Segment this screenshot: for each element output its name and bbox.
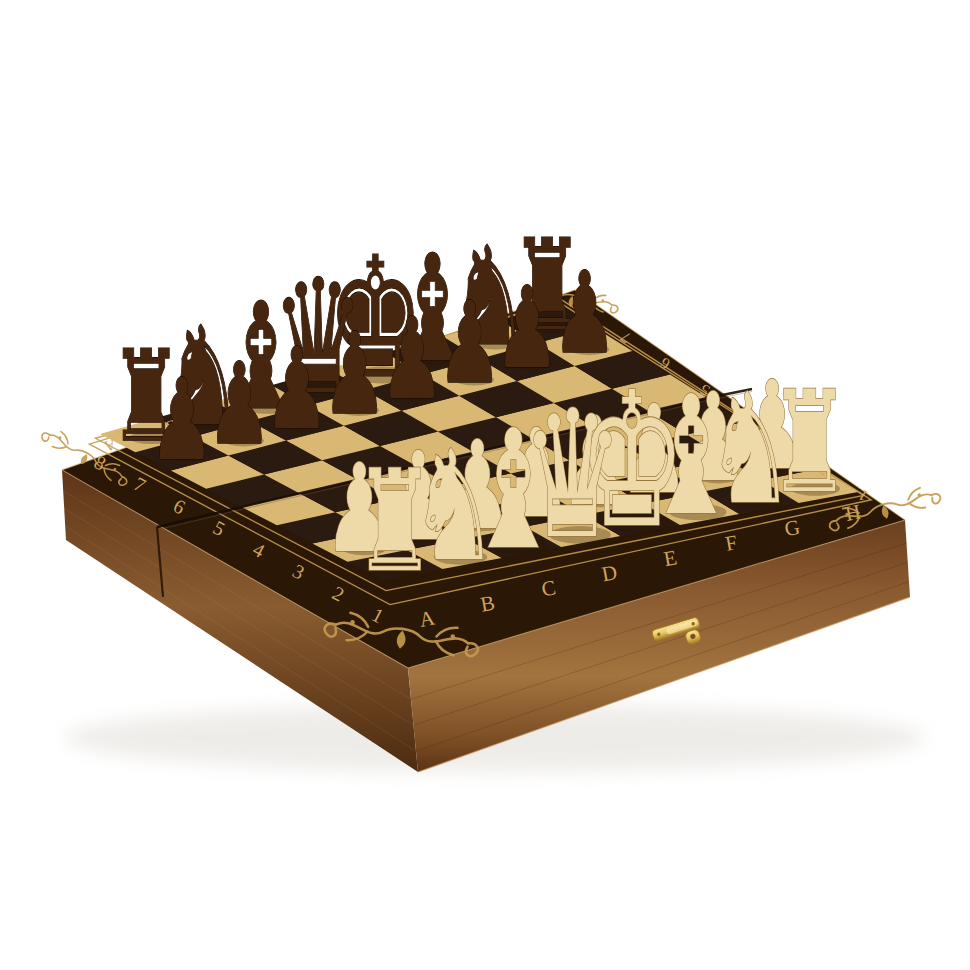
svg-text:♟: ♟	[264, 324, 330, 454]
chess-set-photo: 1A1A2B2B3C3C4D4D5E5E6F6F7G7G8H8H♜♞♟♝♟♚♟♛…	[0, 0, 970, 970]
piece-black-pawn-a7: ♟	[149, 354, 215, 484]
svg-text:♜: ♜	[354, 440, 436, 604]
piece-black-pawn-e7: ♟	[379, 293, 445, 423]
piece-black-pawn-b7: ♟	[207, 339, 273, 469]
piece-black-pawn-c7: ♟	[264, 324, 330, 454]
piece-black-pawn-f7: ♟	[437, 278, 503, 408]
svg-text:♟: ♟	[379, 293, 445, 423]
svg-text:♟: ♟	[207, 339, 273, 469]
svg-text:♟: ♟	[322, 308, 388, 438]
piece-black-pawn-d7: ♟	[322, 308, 388, 438]
chess-board-photo: 1A1A2B2B3C3C4D4D5E5E6F6F7G7G8H8H♜♞♟♝♟♚♟♛…	[0, 0, 970, 970]
svg-text:♟: ♟	[437, 278, 503, 408]
svg-text:♟: ♟	[149, 354, 215, 484]
piece-white-rook-a1: ♜	[354, 440, 436, 604]
